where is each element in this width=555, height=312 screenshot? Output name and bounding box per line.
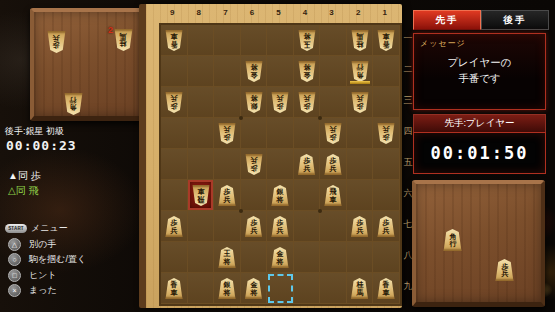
square-7-4[interactable]: 歩兵 — [214, 118, 241, 149]
square-6-8[interactable] — [241, 242, 268, 273]
piece-kanji: 馬 — [120, 33, 127, 40]
piece-kanji: 金 — [250, 72, 257, 79]
star-point — [318, 116, 322, 120]
square-2-1[interactable]: 桂馬 — [347, 25, 374, 56]
square-8-7[interactable] — [188, 211, 215, 242]
piece-kanji: 将 — [250, 289, 257, 296]
file-label-6: 6 — [239, 8, 266, 20]
piece-kanji: 玉 — [303, 41, 310, 48]
piece-kanji: 兵 — [382, 227, 389, 234]
piece-kanji: 香 — [382, 281, 389, 288]
piece-kanji: 車 — [382, 289, 389, 296]
piece-kanji: 兵 — [223, 196, 230, 203]
piece-kanji: 兵 — [303, 165, 310, 172]
piece-kanji: 兵 — [223, 126, 230, 133]
gote-piece-歩兵[interactable]: 歩兵 — [351, 92, 369, 113]
piece-kanji: 兵 — [53, 35, 60, 42]
player-name-label: 先手:プレイヤー — [413, 114, 546, 133]
player-clock: 00:01:50 — [431, 143, 529, 163]
square-8-8[interactable] — [188, 242, 215, 273]
piece-kanji: 馬 — [356, 33, 363, 40]
message-panel-title: メッセージ — [420, 38, 466, 49]
file-label-7: 7 — [212, 8, 239, 20]
square-2-5[interactable] — [347, 149, 374, 180]
square-8-1[interactable] — [188, 25, 215, 56]
piece-kanji: 将 — [223, 289, 230, 296]
square-8-3[interactable] — [188, 87, 215, 118]
square-1-4[interactable]: 歩兵 — [373, 118, 400, 149]
gote-piece-桂馬[interactable]: 桂馬 — [351, 30, 369, 51]
square-9-7[interactable]: 歩兵 — [161, 211, 188, 242]
square-4-5[interactable]: 歩兵 — [294, 149, 321, 180]
square-1-7[interactable]: 歩兵 — [373, 211, 400, 242]
piece-kanji: 歩 — [250, 165, 257, 172]
square-1-9[interactable]: 香車 — [373, 273, 400, 304]
piece-kanji: 兵 — [329, 126, 336, 133]
hand-piece-角行[interactable]: 角行 — [64, 93, 83, 115]
sente-piece-角行[interactable]: 角行 — [443, 229, 462, 251]
square-1-5[interactable] — [373, 149, 400, 180]
square-5-6[interactable]: 銀将 — [267, 180, 294, 211]
square-3-1[interactable] — [320, 25, 347, 56]
file-label-9: 9 — [159, 8, 186, 20]
piece-kanji: 歩 — [276, 103, 283, 110]
square-1-8[interactable] — [373, 242, 400, 273]
square-7-2[interactable] — [214, 56, 241, 87]
gote-piece-桂馬[interactable]: 桂馬 — [114, 29, 133, 51]
start-button-icon: START — [5, 224, 27, 233]
square-5-7[interactable]: 歩兵 — [267, 211, 294, 242]
file-label-4: 4 — [292, 8, 319, 20]
file-label-8: 8 — [186, 8, 213, 20]
piece-kanji: 角 — [356, 72, 363, 79]
piece-kanji: 兵 — [382, 126, 389, 133]
gote-piece-角行[interactable]: 角行 — [64, 93, 83, 115]
gote-piece-歩兵[interactable]: 歩兵 — [377, 123, 395, 144]
piece-kanji: 金 — [303, 72, 310, 79]
square-4-6[interactable] — [294, 180, 321, 211]
file-label-3: 3 — [318, 8, 345, 20]
piece-kanji: 兵 — [276, 95, 283, 102]
piece-kanji: 金 — [250, 281, 257, 288]
shogi-board: 987654321 香車玉将桂馬香車金将金将角行歩兵銀将歩兵歩兵歩兵歩兵歩兵歩兵… — [139, 4, 402, 308]
square-3-5[interactable]: 歩兵 — [320, 149, 347, 180]
square-5-8[interactable]: 金将 — [267, 242, 294, 273]
piece-kanji: 銀 — [250, 103, 257, 110]
piece-kanji: 歩 — [329, 157, 336, 164]
square-8-6[interactable]: 飛車 — [188, 180, 215, 211]
square-1-3[interactable] — [373, 87, 400, 118]
gote-captured-tray: 歩兵桂馬2角行 — [30, 8, 145, 121]
menu-item-label: まった — [29, 284, 57, 297]
sente-piece-歩兵[interactable]: 歩兵 — [298, 154, 316, 175]
player-clock-panel: 00:01:50 — [413, 132, 546, 174]
menu-item-駒を掴む/置く[interactable]: ○駒を掴む/置く — [5, 252, 86, 268]
square-9-6[interactable] — [161, 180, 188, 211]
piece-kanji: 歩 — [382, 134, 389, 141]
piece-kanji: 歩 — [501, 263, 508, 270]
piece-kanji: 兵 — [250, 157, 257, 164]
square-8-2[interactable] — [188, 56, 215, 87]
gote-piece-銀将[interactable]: 銀将 — [245, 92, 263, 113]
star-point — [239, 209, 243, 213]
gote-piece-歩兵[interactable]: 歩兵 — [245, 154, 263, 175]
piece-kanji: 歩 — [223, 188, 230, 195]
gote-piece-香車[interactable]: 香車 — [377, 30, 395, 51]
hand-piece-count: 2 — [108, 25, 113, 35]
square-4-7[interactable] — [294, 211, 321, 242]
square-5-4[interactable] — [267, 118, 294, 149]
cross-button-icon: × — [8, 284, 21, 297]
tab-sente[interactable]: 先手 — [413, 10, 481, 30]
square-3-3[interactable] — [320, 87, 347, 118]
square-5-5[interactable] — [267, 149, 294, 180]
square-7-6[interactable]: 歩兵 — [214, 180, 241, 211]
menu-item-label: ヒント — [29, 269, 57, 282]
menu-item-ヒント[interactable]: □ヒント — [5, 268, 86, 284]
sente-piece-金将[interactable]: 金将 — [271, 247, 289, 268]
square-9-9[interactable]: 香車 — [161, 273, 188, 304]
piece-kanji: 桂 — [120, 40, 127, 47]
square-2-9[interactable]: 桂馬 — [347, 273, 374, 304]
piece-kanji: 飛 — [329, 188, 336, 195]
square-5-2[interactable] — [267, 56, 294, 87]
piece-kanji: 歩 — [223, 134, 230, 141]
sente-piece-王将[interactable]: 王将 — [218, 247, 236, 268]
square-8-4[interactable] — [188, 118, 215, 149]
piece-kanji: 銀 — [223, 281, 230, 288]
opponent-name-label: 後手:銀星 初級 — [5, 125, 64, 138]
piece-kanji: 角 — [449, 233, 456, 240]
square-6-9[interactable]: 金将 — [241, 273, 268, 304]
square-6-5[interactable]: 歩兵 — [241, 149, 268, 180]
piece-kanji: 兵 — [250, 227, 257, 234]
piece-kanji: 桂 — [356, 41, 363, 48]
square-3-8[interactable] — [320, 242, 347, 273]
sente-piece-歩兵[interactable]: 歩兵 — [245, 216, 263, 237]
sente-piece-歩兵[interactable]: 歩兵 — [495, 259, 514, 281]
piece-kanji: 飛 — [197, 196, 204, 203]
square-7-9[interactable]: 銀将 — [214, 273, 241, 304]
gote-piece-玉将[interactable]: 玉将 — [298, 30, 316, 51]
gote-piece-飛車[interactable]: 飛車 — [192, 185, 210, 206]
square-9-1[interactable]: 香車 — [161, 25, 188, 56]
sente-piece-香車[interactable]: 香車 — [165, 278, 183, 299]
piece-kanji: 歩 — [356, 219, 363, 226]
piece-kanji: 兵 — [276, 227, 283, 234]
hand-piece-角行[interactable]: 角行 — [443, 229, 462, 251]
opponent-clock: 00:00:23 — [6, 138, 77, 153]
piece-kanji: 桂 — [356, 281, 363, 288]
sente-piece-歩兵[interactable]: 歩兵 — [271, 216, 289, 237]
square-2-4[interactable] — [347, 118, 374, 149]
square-2-8[interactable] — [347, 242, 374, 273]
piece-kanji: 歩 — [303, 103, 310, 110]
move-entry-2: △同 飛 — [8, 183, 41, 198]
square-7-8[interactable]: 王将 — [214, 242, 241, 273]
sente-piece-銀将[interactable]: 銀将 — [218, 278, 236, 299]
square-2-7[interactable]: 歩兵 — [347, 211, 374, 242]
square-3-2[interactable] — [320, 56, 347, 87]
square-6-4[interactable] — [241, 118, 268, 149]
message-text: プレイヤーの手番です — [414, 54, 545, 86]
hand-piece-歩兵[interactable]: 歩兵 — [47, 31, 66, 53]
square-2-2[interactable]: 角行 — [347, 56, 374, 87]
hand-piece-歩兵[interactable]: 歩兵 — [495, 259, 514, 281]
sente-piece-銀将[interactable]: 銀将 — [271, 185, 289, 206]
piece-kanji: 歩 — [303, 157, 310, 164]
piece-kanji: 歩 — [276, 219, 283, 226]
triangle-button-icon: △ — [8, 238, 21, 251]
square-1-6[interactable] — [373, 180, 400, 211]
file-coordinate-labels: 987654321 — [159, 8, 398, 20]
sente-piece-桂馬[interactable]: 桂馬 — [351, 278, 369, 299]
square-9-5[interactable] — [161, 149, 188, 180]
piece-kanji: 将 — [276, 196, 283, 203]
piece-kanji: 金 — [276, 250, 283, 257]
square-2-3[interactable]: 歩兵 — [347, 87, 374, 118]
piece-kanji: 車 — [170, 33, 177, 40]
piece-kanji: 歩 — [170, 103, 177, 110]
piece-kanji: 車 — [170, 289, 177, 296]
gote-piece-金将[interactable]: 金将 — [245, 61, 263, 82]
file-label-1: 1 — [371, 8, 398, 20]
square-4-8[interactable] — [294, 242, 321, 273]
piece-kanji: 兵 — [170, 95, 177, 102]
tab-gote[interactable]: 後手 — [481, 10, 549, 30]
menu-item-label: メニュー — [31, 222, 68, 235]
square-3-4[interactable]: 歩兵 — [320, 118, 347, 149]
sente-piece-歩兵[interactable]: 歩兵 — [165, 216, 183, 237]
piece-kanji: 将 — [250, 64, 257, 71]
square-8-9[interactable] — [188, 273, 215, 304]
piece-kanji: 馬 — [356, 289, 363, 296]
piece-kanji: 将 — [223, 258, 230, 265]
gote-piece-歩兵[interactable]: 歩兵 — [298, 92, 316, 113]
square-5-3[interactable]: 歩兵 — [267, 87, 294, 118]
square-7-5[interactable] — [214, 149, 241, 180]
message-panel: メッセージ プレイヤーの手番です — [413, 33, 546, 110]
square-8-5[interactable] — [188, 149, 215, 180]
gote-piece-金将[interactable]: 金将 — [298, 61, 316, 82]
square-3-9[interactable] — [320, 273, 347, 304]
sente-piece-歩兵[interactable]: 歩兵 — [324, 154, 342, 175]
menu-item-メニュー[interactable]: STARTメニュー — [5, 221, 86, 237]
piece-kanji: 歩 — [170, 219, 177, 226]
square-6-1[interactable] — [241, 25, 268, 56]
piece-kanji: 将 — [303, 33, 310, 40]
square-button-icon: □ — [8, 269, 21, 282]
square-6-7[interactable]: 歩兵 — [241, 211, 268, 242]
message-line: プレイヤーの — [414, 54, 545, 70]
hand-piece-桂馬[interactable]: 桂馬2 — [114, 29, 133, 51]
piece-kanji: 歩 — [382, 219, 389, 226]
piece-kanji: 兵 — [303, 95, 310, 102]
piece-kanji: 将 — [250, 95, 257, 102]
square-4-2[interactable]: 金将 — [294, 56, 321, 87]
square-1-1[interactable]: 香車 — [373, 25, 400, 56]
square-6-3[interactable]: 銀将 — [241, 87, 268, 118]
sente-piece-香車[interactable]: 香車 — [377, 278, 395, 299]
square-4-9[interactable] — [294, 273, 321, 304]
sente-captured-tray: 角行歩兵 — [412, 180, 545, 307]
gote-piece-角行[interactable]: 角行 — [351, 61, 369, 82]
piece-kanji: 角 — [70, 104, 77, 111]
piece-kanji: 兵 — [170, 227, 177, 234]
piece-kanji: 香 — [382, 41, 389, 48]
piece-kanji: 行 — [70, 97, 77, 104]
square-9-3[interactable]: 歩兵 — [161, 87, 188, 118]
piece-kanji: 行 — [449, 240, 456, 247]
piece-kanji: 歩 — [250, 219, 257, 226]
sente-piece-飛車[interactable]: 飛車 — [324, 185, 342, 206]
piece-kanji: 歩 — [53, 42, 60, 49]
sente-piece-歩兵[interactable]: 歩兵 — [351, 216, 369, 237]
gote-piece-歩兵[interactable]: 歩兵 — [324, 123, 342, 144]
gote-piece-歩兵[interactable]: 歩兵 — [218, 123, 236, 144]
square-4-1[interactable]: 玉将 — [294, 25, 321, 56]
piece-kanji: 将 — [303, 64, 310, 71]
star-point — [239, 116, 243, 120]
menu-item-別の手[interactable]: △別の手 — [5, 237, 86, 253]
menu-item-まった[interactable]: ×まった — [5, 283, 86, 299]
square-7-3[interactable] — [214, 87, 241, 118]
square-9-2[interactable] — [161, 56, 188, 87]
piece-kanji: 歩 — [356, 103, 363, 110]
square-6-6[interactable] — [241, 180, 268, 211]
gote-piece-歩兵[interactable]: 歩兵 — [271, 92, 289, 113]
piece-kanji: 兵 — [329, 165, 336, 172]
sente-piece-金将[interactable]: 金将 — [245, 278, 263, 299]
piece-kanji: 香 — [170, 281, 177, 288]
square-3-6[interactable]: 飛車 — [320, 180, 347, 211]
menu-item-label: 駒を掴む/置く — [29, 253, 86, 266]
piece-kanji: 香 — [170, 41, 177, 48]
move-history: ▲同 歩△同 飛 — [8, 168, 41, 198]
message-line: 手番です — [414, 70, 545, 86]
sente-piece-歩兵[interactable]: 歩兵 — [218, 185, 236, 206]
piece-kanji: 車 — [197, 188, 204, 195]
piece-kanji: 車 — [382, 33, 389, 40]
file-label-2: 2 — [345, 8, 372, 20]
board-grid: 香車玉将桂馬香車金将金将角行歩兵銀将歩兵歩兵歩兵歩兵歩兵歩兵歩兵歩兵歩兵飛車歩兵… — [159, 23, 402, 306]
square-1-2[interactable] — [373, 56, 400, 87]
square-9-8[interactable] — [161, 242, 188, 273]
square-2-6[interactable] — [347, 180, 374, 211]
square-4-3[interactable]: 歩兵 — [294, 87, 321, 118]
square-5-1[interactable] — [267, 25, 294, 56]
piece-kanji: 行 — [356, 64, 363, 71]
piece-kanji: 車 — [329, 196, 336, 203]
piece-kanji: 兵 — [356, 95, 363, 102]
square-7-1[interactable] — [214, 25, 241, 56]
piece-kanji: 兵 — [356, 227, 363, 234]
gote-piece-香車[interactable]: 香車 — [165, 30, 183, 51]
square-4-4[interactable] — [294, 118, 321, 149]
piece-kanji: 将 — [276, 258, 283, 265]
gote-piece-歩兵[interactable]: 歩兵 — [47, 31, 66, 53]
piece-kanji: 兵 — [501, 270, 508, 277]
circle-button-icon: ○ — [8, 253, 21, 266]
gote-piece-歩兵[interactable]: 歩兵 — [165, 92, 183, 113]
piece-kanji: 銀 — [276, 188, 283, 195]
piece-kanji: 王 — [223, 250, 230, 257]
menu-item-label: 別の手 — [29, 238, 56, 251]
square-6-2[interactable]: 金将 — [241, 56, 268, 87]
controls-menu: STARTメニュー△別の手○駒を掴む/置く□ヒント×まった — [5, 221, 86, 299]
file-label-5: 5 — [265, 8, 292, 20]
cursor-square-5-9[interactable] — [267, 273, 294, 304]
shogi-game-screen: 歩兵桂馬2角行 987654321 香車玉将桂馬香車金将金将角行歩兵銀将歩兵歩兵… — [0, 0, 555, 312]
piece-kanji: 歩 — [329, 134, 336, 141]
square-3-7[interactable] — [320, 211, 347, 242]
square-9-4[interactable] — [161, 118, 188, 149]
star-point — [318, 209, 322, 213]
sente-piece-歩兵[interactable]: 歩兵 — [377, 216, 395, 237]
move-entry-1: ▲同 歩 — [8, 168, 41, 183]
last-piece-underline — [350, 81, 370, 84]
square-7-7[interactable] — [214, 211, 241, 242]
